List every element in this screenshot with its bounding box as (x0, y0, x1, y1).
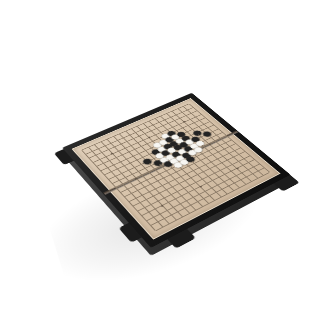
grid-line-h (148, 164, 155, 167)
board-cell (217, 185, 228, 193)
board-cell (174, 200, 185, 208)
grid-line-v (144, 178, 149, 183)
board-cell (189, 186, 200, 194)
grid-line-v (131, 184, 136, 189)
board-cell (120, 174, 131, 181)
board-cell (178, 185, 189, 193)
grid-line-h (218, 195, 225, 199)
board-cell (232, 165, 243, 172)
grid-line-v (180, 214, 183, 217)
grid-line-v (184, 171, 189, 176)
white-stone: ● (171, 160, 185, 169)
board-cell (195, 183, 206, 191)
board-cell (246, 178, 257, 185)
grid-line-v (147, 170, 152, 175)
grid-line-v (121, 182, 126, 187)
grid-line-v (155, 199, 160, 204)
grid-line-v (115, 167, 120, 172)
grid-line-h (159, 225, 166, 229)
board-cell (238, 162, 249, 169)
grid-line-h (158, 165, 165, 168)
grid-line-v (98, 168, 103, 173)
board-cell (177, 166, 188, 173)
grid-line-v (114, 185, 119, 190)
grid-line-v (184, 198, 190, 203)
grid-line-v (153, 206, 158, 211)
hoshi-dot (160, 204, 164, 207)
board-cell (226, 168, 237, 175)
grid-line-h (162, 169, 169, 173)
grid-line-h (139, 193, 146, 197)
grid-line-h (170, 205, 177, 209)
board-cell (223, 182, 234, 190)
grid-line-v (167, 221, 170, 224)
grid-line-v (94, 164, 99, 169)
grid-line-h (176, 182, 183, 186)
grid-line-v (244, 175, 250, 180)
grid-line-h (120, 183, 127, 187)
grid-line-v (183, 178, 188, 183)
grid-line-h (185, 191, 192, 195)
board-cell (194, 190, 205, 198)
grid-line-h (216, 176, 223, 180)
board-cell (165, 172, 176, 179)
grid-line-h (210, 179, 217, 183)
grid-line-v (153, 228, 156, 231)
grid-line-v (113, 174, 118, 179)
board-cell (114, 177, 125, 184)
grid-line-v (186, 211, 189, 214)
grid-line-h (176, 202, 183, 206)
grid-line-h (168, 213, 175, 217)
grid-line-v (159, 183, 164, 188)
grid-line-v (153, 186, 158, 191)
grid-line-v (176, 163, 181, 168)
grid-line-v (134, 176, 139, 181)
grid-line-h (146, 171, 153, 175)
grid-line-v (261, 173, 264, 176)
grid-line-v (192, 161, 197, 166)
board-cell (145, 221, 156, 229)
grid-line-v (148, 202, 153, 207)
grid-line-v (233, 173, 239, 178)
board-cell (240, 181, 251, 188)
grid-line-v (188, 203, 194, 208)
board-cell (150, 205, 161, 213)
grid-line-v (166, 180, 171, 185)
grid-line-h (173, 170, 180, 174)
board-cell (92, 163, 102, 170)
board-cell (180, 177, 191, 184)
board-cell (148, 213, 159, 221)
board-cell (258, 172, 269, 179)
grid-line-h (240, 164, 246, 167)
board-cell (176, 173, 187, 180)
grid-line-h (199, 205, 206, 209)
board-cell (184, 209, 195, 217)
board-cell (221, 164, 232, 171)
grid-line-v (127, 179, 132, 184)
board-cell (144, 188, 155, 196)
board-cell (183, 189, 194, 197)
grid-line-v (266, 170, 269, 173)
board-cell (166, 211, 177, 219)
grid-line-v (200, 177, 205, 182)
grid-line-v (178, 174, 183, 179)
grid-line-h (234, 167, 241, 171)
grid-line-h (145, 210, 152, 214)
grid-line-h (130, 184, 137, 188)
board-cell (194, 164, 205, 171)
board-cell (126, 190, 137, 198)
grid-line-h (230, 189, 237, 193)
grid-line-v (126, 199, 131, 204)
grid-line-h (125, 195, 129, 197)
grid-line-h (150, 175, 157, 179)
board-cell (215, 167, 226, 174)
board-cell (144, 169, 155, 176)
grid-line-h (133, 204, 137, 206)
grid-line-v (151, 215, 156, 220)
board-cell (106, 168, 116, 175)
board-cell (187, 194, 198, 202)
grid-line-h (208, 186, 215, 190)
grid-line-h (165, 181, 172, 185)
grid-line-h (100, 169, 104, 171)
grid-line-h (248, 179, 255, 183)
board-cell (135, 179, 146, 186)
grid-line-h (190, 169, 197, 173)
grid-line-h (161, 217, 168, 221)
board-cell (237, 169, 248, 176)
board-cell (122, 185, 133, 193)
board-cell (209, 196, 220, 204)
grid-line-h (100, 162, 107, 165)
grid-line-h (160, 176, 167, 180)
grid-line-v (251, 165, 257, 170)
board-cell (102, 164, 112, 171)
board-cell (185, 201, 196, 209)
grid-line-h (196, 166, 203, 169)
board-cell (192, 198, 203, 206)
board-cell (146, 200, 157, 208)
board-cell (150, 185, 161, 193)
grid-line-h (219, 187, 226, 191)
grid-line-h (239, 171, 246, 175)
board-cell (203, 199, 214, 207)
grid-line-h (155, 228, 159, 230)
grid-line-h (152, 187, 159, 191)
grid-line-v (125, 187, 130, 192)
grid-line-v (164, 188, 169, 193)
grid-line-v (142, 185, 147, 190)
board-cell (161, 186, 172, 194)
grid-line-v (185, 190, 190, 195)
grid-line-v (176, 182, 181, 187)
grid-line-h (177, 175, 184, 179)
grid-line-h (129, 200, 133, 202)
grid-line-v (101, 161, 106, 166)
grid-line-h (207, 167, 214, 171)
board-cell (206, 184, 217, 192)
board-cell (135, 199, 146, 207)
grid-line-v (129, 191, 134, 196)
grid-line-h (172, 218, 179, 222)
grid-line-h (147, 202, 154, 206)
grid-line-h (150, 195, 157, 199)
grid-line-v (221, 179, 227, 184)
grid-line-h (211, 171, 218, 175)
board-cell (219, 178, 230, 185)
grid-line-h (233, 174, 240, 178)
grid-line-v (155, 219, 160, 224)
grid-line-h (256, 164, 260, 166)
board-cell (184, 182, 195, 190)
grid-line-h (120, 191, 124, 193)
grid-line-h (116, 179, 123, 183)
board-cell (111, 184, 122, 192)
board-cell (170, 195, 181, 203)
product-photo-scene: ●●●●●●●●●●●●●●●●●●●●●●●●●●●●●●●●●●●●●●●● (0, 0, 330, 330)
board-cell (156, 163, 166, 170)
grid-line-v (128, 161, 133, 166)
grid-line-v (245, 167, 251, 172)
board-cell (212, 181, 223, 188)
grid-line-v (210, 178, 216, 183)
board-cell (116, 170, 126, 177)
grid-line-h (213, 164, 220, 167)
grid-line-h (137, 163, 144, 166)
board-cell (163, 199, 174, 207)
grid-line-v (132, 165, 137, 170)
board-cell (167, 183, 178, 191)
grid-line-h (191, 188, 198, 192)
board-cell (148, 173, 159, 180)
board-cell (182, 170, 193, 177)
grid-line-h (141, 206, 148, 210)
grid-line-v (140, 173, 145, 178)
grid-line-v (157, 172, 162, 177)
grid-line-v (146, 210, 151, 215)
grid-line-v (209, 185, 215, 190)
grid-line-v (243, 182, 246, 185)
board-cell (199, 168, 210, 175)
grid-line-v (214, 190, 220, 195)
board-cell (103, 175, 114, 182)
board-cell (146, 181, 157, 188)
grid-line-h (122, 176, 129, 180)
grid-line-h (158, 184, 165, 188)
grid-line-v (133, 196, 138, 201)
grid-line-v (123, 175, 128, 180)
grid-line-v (157, 211, 162, 216)
grid-line-h (231, 181, 238, 185)
board-cell (112, 165, 122, 172)
board-cell (110, 172, 121, 179)
board-cell (129, 164, 139, 171)
board-cell (167, 165, 178, 172)
grid-line-h (254, 176, 261, 180)
grid-line-v (148, 223, 153, 228)
grid-line-v (206, 201, 209, 204)
board-cell (131, 175, 142, 182)
grid-line-v (218, 168, 223, 173)
grid-line-v (179, 194, 184, 199)
board-cell (148, 193, 159, 201)
grid-line-h (194, 200, 201, 204)
grid-line-h (129, 173, 136, 177)
grid-line-v (157, 191, 162, 196)
board-cell (141, 217, 152, 225)
grid-line-v (111, 162, 116, 167)
grid-line-h (163, 209, 170, 213)
board-cell (259, 164, 270, 171)
grid-line-v (177, 201, 182, 206)
grid-line-v (198, 184, 203, 189)
grid-line-v (250, 172, 256, 177)
board-cell (142, 176, 153, 183)
grid-line-h (245, 168, 252, 172)
grid-line-h (167, 173, 174, 177)
grid-line-v (193, 180, 198, 185)
grid-line-h (141, 186, 148, 190)
board-cell (159, 175, 170, 182)
board-cell (200, 187, 211, 195)
board-cell: ● (163, 160, 173, 167)
grid-line-h (154, 199, 161, 203)
grid-line-h (104, 173, 108, 175)
grid-line-v (159, 203, 164, 208)
grid-line-v (195, 172, 200, 177)
grid-line-v (162, 216, 168, 221)
board-cell (179, 205, 190, 213)
grid-line-h (141, 167, 148, 170)
grid-line-v (109, 170, 114, 175)
grid-line-v (155, 179, 160, 184)
grid-line-v (105, 165, 110, 170)
grid-line-h (242, 183, 249, 187)
grid-line-v (227, 176, 233, 181)
board-cell (174, 180, 185, 187)
grid-line-h (139, 174, 146, 178)
board-cell (152, 218, 163, 226)
board-cell (211, 162, 222, 169)
grid-line-v (168, 173, 173, 178)
board-cell (222, 190, 233, 198)
board-cell (133, 168, 144, 175)
grid-line-v (161, 176, 166, 181)
board-cell (128, 202, 139, 210)
grid-line-v (106, 177, 111, 182)
grid-line-h (137, 181, 144, 185)
grid-line-v (165, 162, 170, 167)
board-cell (98, 160, 108, 167)
grid-line-h (207, 194, 214, 198)
grid-line-v (149, 163, 154, 168)
grid-line-v (138, 181, 143, 186)
hoshi-dot (199, 185, 203, 188)
grid-line-v (146, 189, 151, 194)
board-cell (197, 175, 208, 182)
board-cell (141, 196, 152, 204)
grid-line-v (213, 164, 218, 169)
board-cell (231, 172, 242, 179)
grid-line-v (130, 172, 135, 177)
grid-line-h (183, 199, 190, 203)
grid-line-h (228, 170, 235, 174)
grid-line-h (145, 190, 152, 194)
board-cell (198, 195, 209, 203)
grid-line-v (122, 164, 127, 169)
grid-line-v (155, 160, 160, 165)
board-cell (146, 162, 156, 169)
board-cell (202, 180, 213, 187)
board-cell (253, 167, 264, 174)
grid-line-v (196, 192, 202, 197)
grid-line-v (231, 188, 234, 191)
board-cell (172, 208, 183, 216)
grid-line-h (152, 207, 159, 211)
grid-line-v (191, 168, 196, 173)
board-cell (99, 171, 109, 178)
board-cell (161, 206, 172, 214)
board-cell (252, 175, 263, 182)
grid-line-v (170, 166, 175, 171)
grid-line-h (184, 172, 191, 176)
board-cell (205, 192, 216, 200)
grid-line-v (174, 170, 179, 175)
board-cell (124, 178, 135, 185)
grid-line-h (169, 166, 176, 169)
grid-line-v (166, 200, 171, 205)
grid-line-v (163, 169, 168, 174)
grid-line-v (117, 178, 122, 183)
grid-line-v (119, 171, 124, 176)
grid-line-v (131, 204, 136, 209)
board-cell (169, 176, 180, 183)
grid-line-v (142, 166, 147, 171)
grid-line-v (137, 200, 142, 205)
grid-line-h (181, 161, 188, 164)
grid-line-v (207, 193, 213, 198)
grid-line-v (228, 169, 234, 174)
board-cell (154, 210, 165, 218)
grid-line-h (181, 207, 188, 211)
grid-line-v (225, 191, 228, 194)
grid-line-v (219, 161, 224, 166)
grid-line-v (203, 162, 208, 167)
grid-line-h (187, 203, 194, 207)
grid-line-h (163, 188, 170, 192)
grid-line-h (229, 163, 236, 166)
grid-line-h (202, 163, 209, 166)
board-cell (129, 182, 140, 190)
board-cell (264, 169, 275, 176)
grid-line-h (249, 172, 256, 176)
grid-line-v (153, 167, 158, 172)
board-cell (228, 187, 239, 195)
grid-line-v (257, 162, 263, 167)
board-cell (124, 198, 135, 206)
grid-line-v (224, 165, 229, 170)
grid-line-h (135, 189, 142, 193)
grid-line-v (256, 169, 262, 174)
board-cell (220, 171, 231, 178)
grid-line-h (112, 182, 116, 184)
grid-line-v (144, 197, 149, 202)
board-cell (152, 197, 163, 205)
grid-line-v (175, 189, 180, 194)
